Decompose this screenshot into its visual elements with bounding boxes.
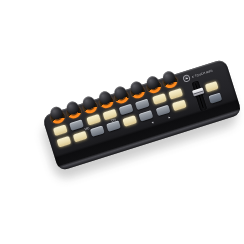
pad-button-r1-c5 (119, 104, 134, 116)
pad-button-r2-c5 (122, 115, 137, 127)
pad-button-r2-c1 (57, 136, 72, 148)
fader-cap (192, 88, 204, 97)
pad-button-r1-c7 (152, 93, 167, 105)
pad-button-r1-c8 (168, 88, 183, 100)
brand-logo-icon (182, 74, 191, 83)
right-section: X-TOUCH MINI (182, 63, 232, 114)
photo-background: MC CH ◄ ► X-TOUCH MINI (0, 0, 244, 244)
pad-button-r1-c6 (135, 99, 150, 111)
pad-button-r1-c2 (69, 119, 84, 131)
pad-button-r2-c2 (73, 131, 88, 143)
pad-button-r2-c8 (172, 100, 187, 112)
layer-button-b (208, 93, 222, 104)
top-panel: MC CH ◄ ► X-TOUCH MINI (42, 58, 238, 158)
rewind-marking: ◄ (150, 121, 154, 125)
layer-button-a (205, 81, 219, 92)
forward-marking: ► (168, 115, 172, 119)
pad-button-r1-c1 (53, 125, 68, 137)
layer-button-column (205, 81, 224, 107)
pad-button-r1-c3 (86, 114, 101, 126)
pad-button-r2-c3 (89, 126, 104, 138)
